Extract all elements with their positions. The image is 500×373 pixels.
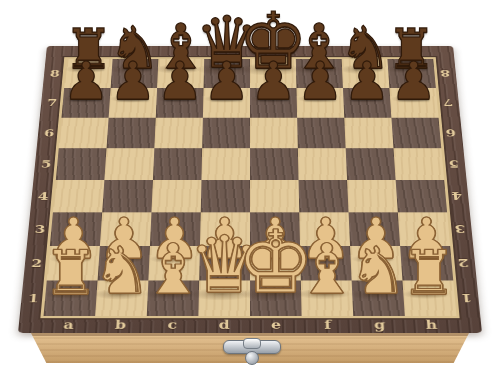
piece-black-pawn-d7[interactable]: ♟ [203,54,250,106]
piece-white-rook-a1[interactable]: ♜ [43,242,98,303]
piece-black-pawn-b7[interactable]: ♟ [110,54,157,106]
chess-set-photo: 1122334455667788abcdefgh ♜♞♝♛♚♝♞♜♟♟♟♟♟♟♟… [0,0,500,373]
piece-white-rook-h1[interactable]: ♜ [402,242,457,303]
piece-black-pawn-c7[interactable]: ♟ [156,54,203,106]
piece-black-pawn-f7[interactable]: ♟ [297,54,344,106]
piece-black-pawn-h7[interactable]: ♟ [390,54,437,106]
piece-white-knight-g1[interactable]: ♞ [349,238,407,303]
piece-black-pawn-g7[interactable]: ♟ [344,54,391,106]
pieces-layer: ♜♞♝♛♚♝♞♜♟♟♟♟♟♟♟♟♟♟♟♟♟♟♟♟♜♞♝♛♚♝♞♜ [0,0,500,373]
piece-black-pawn-e7[interactable]: ♟ [250,54,297,106]
piece-black-pawn-a7[interactable]: ♟ [63,54,110,106]
